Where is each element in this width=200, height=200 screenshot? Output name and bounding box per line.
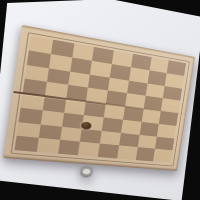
board-square: [15, 136, 39, 152]
chess-board-box: [3, 25, 195, 171]
clasp-ring-icon: [80, 165, 93, 176]
board-square: [36, 138, 59, 154]
board-square: [135, 147, 155, 161]
board-square: [153, 149, 172, 163]
board-square: [78, 142, 100, 157]
board-square: [117, 146, 137, 160]
board-square: [58, 140, 80, 155]
board-square: [98, 144, 119, 159]
board-shadow: [0, 0, 200, 200]
photo-scene: [0, 0, 200, 200]
squares-grid: [15, 36, 187, 163]
